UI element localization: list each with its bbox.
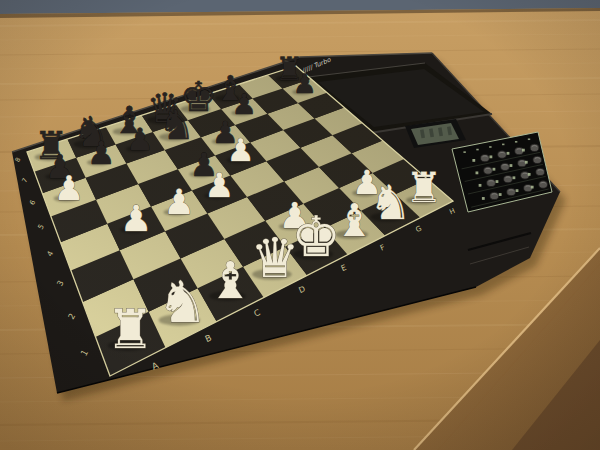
piece-white-pawn-e5: ♟ <box>227 132 255 168</box>
keypad-symbol-r2c4 <box>525 161 528 164</box>
keypad-symbol-r1c4 <box>522 149 525 152</box>
keypad-symbol-r3c4 <box>528 173 531 176</box>
keypad-symbol-r2c2 <box>493 168 496 171</box>
piece-black-knight-d7: ♞ <box>158 101 195 149</box>
piece-white-pawn-b4: ♟ <box>120 198 152 239</box>
keypad-header-mark <box>476 149 478 151</box>
keypad-symbol-r3c3 <box>513 176 516 179</box>
keypad-symbol-r1c3 <box>507 152 510 155</box>
keypad-symbol-r3c1 <box>479 184 482 187</box>
keypad-symbol-r1c1 <box>472 159 475 162</box>
piece-white-pawn-a6: ♟ <box>54 168 84 208</box>
piece-white-rook-a1: ♜ <box>106 298 155 361</box>
piece-white-bishop-c1: ♝ <box>208 251 254 310</box>
piece-white-pawn-d4: ♟ <box>204 166 234 205</box>
keypad-symbol-r4c4 <box>531 186 534 189</box>
piece-white-pawn-c4: ♟ <box>163 182 194 222</box>
keypad-symbol-r4c1 <box>482 197 485 200</box>
piece-white-queen-d1: ♛ <box>250 226 299 290</box>
piece-black-pawn-b7: ♟ <box>87 135 115 171</box>
keypad-header-mark <box>528 138 530 140</box>
keypad-symbol-r2c3 <box>510 164 513 167</box>
piece-white-knight-g1: ♞ <box>369 175 412 230</box>
scene-canvas: ///// TurboABCDEFGH12345678♜♟♝♚♟♛♝♞♟♞♟♜♟… <box>0 0 600 450</box>
keypad-symbol-r4c3 <box>516 189 519 192</box>
keypad-symbol-r1c2 <box>490 155 493 158</box>
keypad-symbol-r2c1 <box>476 171 479 174</box>
piece-black-pawn-h7: ♟ <box>293 68 317 99</box>
piece-white-knight-b1: ♞ <box>157 269 209 336</box>
keypad-header-mark <box>489 146 491 148</box>
photo-electronic-chess-computer: ///// TurboABCDEFGH12345678♜♟♝♚♟♛♝♞♟♞♟♜♟… <box>0 0 600 450</box>
keypad-symbol-r4c2 <box>499 193 502 196</box>
piece-black-pawn-c7: ♟ <box>126 122 153 157</box>
keypad-header-mark <box>515 141 517 143</box>
keypad-header-mark <box>463 151 465 153</box>
keypad-symbol-r3c2 <box>496 180 499 183</box>
keypad-header-mark <box>502 144 504 146</box>
